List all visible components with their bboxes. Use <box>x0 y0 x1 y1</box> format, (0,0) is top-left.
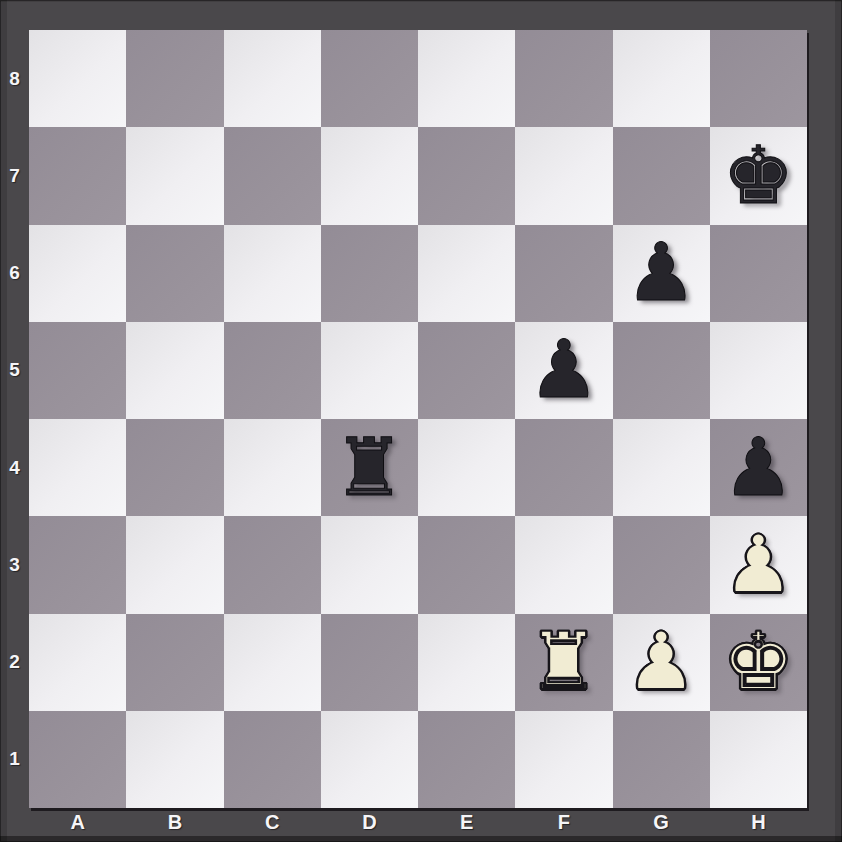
piece-black-rook-d4[interactable]: ♜ <box>334 428 406 508</box>
square-e6[interactable] <box>418 225 515 322</box>
square-f8[interactable] <box>515 30 612 127</box>
square-h7[interactable]: ♚ <box>710 127 807 224</box>
square-g2[interactable]: ♟ <box>613 614 710 711</box>
file-labels: ABCDEFGH <box>29 808 807 836</box>
chessboard-frame: 87654321 ♚♟♟♜♟♟♜♟♚ ABCDEFGH <box>0 0 842 842</box>
square-a1[interactable] <box>29 711 126 808</box>
rank-label-7: 7 <box>0 127 29 224</box>
square-f3[interactable] <box>515 516 612 613</box>
square-d7[interactable] <box>321 127 418 224</box>
square-c3[interactable] <box>224 516 321 613</box>
square-g5[interactable] <box>613 322 710 419</box>
piece-black-pawn-f5[interactable]: ♟ <box>528 330 600 410</box>
square-g4[interactable] <box>613 419 710 516</box>
square-e2[interactable] <box>418 614 515 711</box>
piece-white-pawn-h3[interactable]: ♟ <box>723 525 795 605</box>
square-c2[interactable] <box>224 614 321 711</box>
rank-labels: 87654321 <box>0 30 29 808</box>
square-f5[interactable]: ♟ <box>515 322 612 419</box>
file-label-b: B <box>126 808 223 836</box>
square-h3[interactable]: ♟ <box>710 516 807 613</box>
square-g1[interactable] <box>613 711 710 808</box>
file-label-f: F <box>515 808 612 836</box>
square-d2[interactable] <box>321 614 418 711</box>
square-b1[interactable] <box>126 711 223 808</box>
file-label-d: D <box>321 808 418 836</box>
square-b7[interactable] <box>126 127 223 224</box>
piece-black-pawn-h4[interactable]: ♟ <box>723 428 795 508</box>
file-label-g: G <box>613 808 710 836</box>
square-h5[interactable] <box>710 322 807 419</box>
square-b3[interactable] <box>126 516 223 613</box>
square-f1[interactable] <box>515 711 612 808</box>
rank-label-5: 5 <box>0 322 29 419</box>
square-b2[interactable] <box>126 614 223 711</box>
piece-white-rook-f2[interactable]: ♜ <box>528 622 600 702</box>
piece-black-pawn-g6[interactable]: ♟ <box>625 233 697 313</box>
file-label-e: E <box>418 808 515 836</box>
square-a8[interactable] <box>29 30 126 127</box>
square-e4[interactable] <box>418 419 515 516</box>
rank-label-3: 3 <box>0 516 29 613</box>
square-d1[interactable] <box>321 711 418 808</box>
square-g3[interactable] <box>613 516 710 613</box>
square-c1[interactable] <box>224 711 321 808</box>
square-b4[interactable] <box>126 419 223 516</box>
square-e7[interactable] <box>418 127 515 224</box>
rank-label-2: 2 <box>0 614 29 711</box>
chess-board[interactable]: ♚♟♟♜♟♟♜♟♚ <box>29 30 807 808</box>
square-a3[interactable] <box>29 516 126 613</box>
square-h8[interactable] <box>710 30 807 127</box>
square-e3[interactable] <box>418 516 515 613</box>
square-d5[interactable] <box>321 322 418 419</box>
square-b8[interactable] <box>126 30 223 127</box>
square-h6[interactable] <box>710 225 807 322</box>
file-label-a: A <box>29 808 126 836</box>
square-b5[interactable] <box>126 322 223 419</box>
square-g8[interactable] <box>613 30 710 127</box>
rank-label-8: 8 <box>0 30 29 127</box>
square-e5[interactable] <box>418 322 515 419</box>
square-h4[interactable]: ♟ <box>710 419 807 516</box>
square-d4[interactable]: ♜ <box>321 419 418 516</box>
rank-label-1: 1 <box>0 711 29 808</box>
square-f4[interactable] <box>515 419 612 516</box>
square-c4[interactable] <box>224 419 321 516</box>
square-e1[interactable] <box>418 711 515 808</box>
rank-label-6: 6 <box>0 225 29 322</box>
square-g6[interactable]: ♟ <box>613 225 710 322</box>
square-a4[interactable] <box>29 419 126 516</box>
square-f6[interactable] <box>515 225 612 322</box>
square-c6[interactable] <box>224 225 321 322</box>
square-a6[interactable] <box>29 225 126 322</box>
file-label-h: H <box>710 808 807 836</box>
square-f2[interactable]: ♜ <box>515 614 612 711</box>
rank-label-4: 4 <box>0 419 29 516</box>
square-h1[interactable] <box>710 711 807 808</box>
file-label-c: C <box>224 808 321 836</box>
square-g7[interactable] <box>613 127 710 224</box>
square-c5[interactable] <box>224 322 321 419</box>
square-b6[interactable] <box>126 225 223 322</box>
square-d6[interactable] <box>321 225 418 322</box>
square-d8[interactable] <box>321 30 418 127</box>
square-a7[interactable] <box>29 127 126 224</box>
square-a5[interactable] <box>29 322 126 419</box>
square-a2[interactable] <box>29 614 126 711</box>
square-h2[interactable]: ♚ <box>710 614 807 711</box>
piece-white-king-h2[interactable]: ♚ <box>723 622 795 702</box>
square-c7[interactable] <box>224 127 321 224</box>
square-f7[interactable] <box>515 127 612 224</box>
square-e8[interactable] <box>418 30 515 127</box>
piece-black-king-h7[interactable]: ♚ <box>723 136 795 216</box>
square-d3[interactable] <box>321 516 418 613</box>
square-c8[interactable] <box>224 30 321 127</box>
piece-white-pawn-g2[interactable]: ♟ <box>625 622 697 702</box>
